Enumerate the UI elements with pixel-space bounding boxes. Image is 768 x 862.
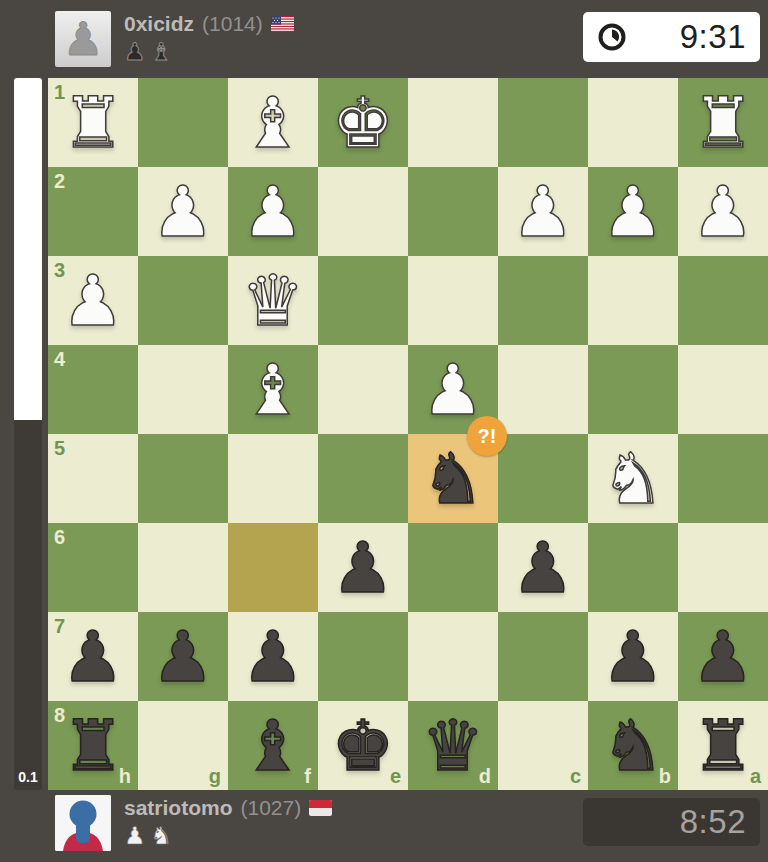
square-g4[interactable] bbox=[138, 345, 228, 434]
square-b2[interactable]: ♟ bbox=[588, 167, 678, 256]
rank-label-6: 6 bbox=[54, 526, 65, 549]
square-a4[interactable] bbox=[678, 345, 768, 434]
black-rook-a8: ♜ bbox=[692, 711, 755, 781]
square-e5[interactable] bbox=[318, 434, 408, 523]
square-g8[interactable]: g bbox=[138, 701, 228, 790]
square-h5[interactable]: 5 bbox=[48, 434, 138, 523]
black-king-e8: ♚ bbox=[332, 711, 395, 781]
square-a6[interactable] bbox=[678, 523, 768, 612]
black-knight-b8: ♞ bbox=[602, 711, 665, 781]
square-c3[interactable] bbox=[498, 256, 588, 345]
chess-board: ?! 1♜♝♚♜2♟♟♟♟♟3♟♛4♝♟5♞♞6♟♟7♟♟♟♟♟8h♜gf♝e♚… bbox=[48, 78, 768, 790]
square-f1[interactable]: ♝ bbox=[228, 78, 318, 167]
square-h8[interactable]: 8h♜ bbox=[48, 701, 138, 790]
captured-white-pawn-icon: ♟ bbox=[124, 824, 146, 848]
square-d2[interactable] bbox=[408, 167, 498, 256]
black-pawn-a7: ♟ bbox=[692, 622, 755, 692]
square-f7[interactable]: ♟ bbox=[228, 612, 318, 701]
square-c8[interactable]: c bbox=[498, 701, 588, 790]
bottom-clock-time: 8:52 bbox=[583, 803, 760, 841]
square-e7[interactable] bbox=[318, 612, 408, 701]
white-pawn-a2: ♟ bbox=[692, 177, 755, 247]
inaccuracy-badge: ?! bbox=[467, 416, 507, 456]
top-captured-pieces: ♟♝ bbox=[124, 38, 294, 64]
captured-black-pawn-icon: ♟ bbox=[124, 40, 146, 64]
white-pawn-d4: ♟ bbox=[422, 355, 485, 425]
square-d7[interactable] bbox=[408, 612, 498, 701]
square-h3[interactable]: 3♟ bbox=[48, 256, 138, 345]
square-d6[interactable] bbox=[408, 523, 498, 612]
captured-black-bishop-icon: ♝ bbox=[151, 40, 173, 64]
square-e6[interactable]: ♟ bbox=[318, 523, 408, 612]
square-b4[interactable] bbox=[588, 345, 678, 434]
square-a7[interactable]: ♟ bbox=[678, 612, 768, 701]
top-clock-time: 9:31 bbox=[627, 18, 760, 56]
square-c7[interactable] bbox=[498, 612, 588, 701]
square-g6[interactable] bbox=[138, 523, 228, 612]
square-h2[interactable]: 2 bbox=[48, 167, 138, 256]
square-b3[interactable] bbox=[588, 256, 678, 345]
file-label-f: f bbox=[304, 765, 311, 788]
bottom-player-clock: 8:52 bbox=[583, 798, 760, 846]
white-bishop-f1: ♝ bbox=[242, 88, 305, 158]
square-f6[interactable] bbox=[228, 523, 318, 612]
square-e1[interactable]: ♚ bbox=[318, 78, 408, 167]
white-pawn-f2: ♟ bbox=[242, 177, 305, 247]
white-rook-h1: ♜ bbox=[62, 88, 125, 158]
white-queen-f3: ♛ bbox=[242, 266, 305, 336]
black-rook-h8: ♜ bbox=[62, 711, 125, 781]
top-player-rating: (1014) bbox=[202, 12, 263, 36]
eval-white-portion bbox=[14, 78, 42, 420]
square-e4[interactable] bbox=[318, 345, 408, 434]
indonesia-flag-icon bbox=[309, 800, 332, 816]
us-flag-icon bbox=[271, 16, 294, 32]
square-e3[interactable] bbox=[318, 256, 408, 345]
square-b1[interactable] bbox=[588, 78, 678, 167]
square-b7[interactable]: ♟ bbox=[588, 612, 678, 701]
square-e2[interactable] bbox=[318, 167, 408, 256]
white-pawn-g2: ♟ bbox=[152, 177, 215, 247]
square-h6[interactable]: 6 bbox=[48, 523, 138, 612]
square-f2[interactable]: ♟ bbox=[228, 167, 318, 256]
square-g1[interactable] bbox=[138, 78, 228, 167]
square-c4[interactable] bbox=[498, 345, 588, 434]
top-player-clock: 9:31 bbox=[583, 12, 760, 62]
black-pawn-g7: ♟ bbox=[152, 622, 215, 692]
square-f4[interactable]: ♝ bbox=[228, 345, 318, 434]
rank-label-5: 5 bbox=[54, 437, 65, 460]
white-knight-b5: ♞ bbox=[602, 444, 665, 514]
top-player-bar: ♟ 0xicidz (1014) bbox=[0, 0, 768, 78]
rank-label-2: 2 bbox=[54, 170, 65, 193]
bottom-captured-pieces: ♟♞ bbox=[124, 822, 332, 848]
bottom-player-bar: satriotomo (1027) ♟♞ 8:52 bbox=[0, 790, 768, 862]
black-bishop-f8: ♝ bbox=[242, 711, 305, 781]
captured-white-knight-icon: ♞ bbox=[151, 824, 173, 848]
square-a1[interactable]: ♜ bbox=[678, 78, 768, 167]
black-pawn-h7: ♟ bbox=[62, 622, 125, 692]
black-knight-d5: ♞ bbox=[422, 444, 485, 514]
rank-label-4: 4 bbox=[54, 348, 65, 371]
square-b8[interactable]: b♞ bbox=[588, 701, 678, 790]
bottom-player-name: satriotomo bbox=[124, 796, 233, 820]
square-b6[interactable] bbox=[588, 523, 678, 612]
bottom-player-rating: (1027) bbox=[241, 796, 302, 820]
top-player-name: 0xicidz bbox=[124, 12, 194, 36]
square-g3[interactable] bbox=[138, 256, 228, 345]
white-pawn-b2: ♟ bbox=[602, 177, 665, 247]
file-label-c: c bbox=[570, 765, 581, 788]
bottom-player-info[interactable]: satriotomo (1027) ♟♞ bbox=[124, 796, 332, 848]
evaluation-bar: 0.1 bbox=[14, 78, 42, 790]
square-b5[interactable]: ♞ bbox=[588, 434, 678, 523]
square-a5[interactable] bbox=[678, 434, 768, 523]
square-f8[interactable]: f♝ bbox=[228, 701, 318, 790]
square-e8[interactable]: e♚ bbox=[318, 701, 408, 790]
square-c5[interactable] bbox=[498, 434, 588, 523]
square-a3[interactable] bbox=[678, 256, 768, 345]
black-pawn-b7: ♟ bbox=[602, 622, 665, 692]
square-c6[interactable]: ♟ bbox=[498, 523, 588, 612]
white-king-e1: ♚ bbox=[332, 88, 395, 158]
square-g5[interactable] bbox=[138, 434, 228, 523]
square-a8[interactable]: a♜ bbox=[678, 701, 768, 790]
square-h4[interactable]: 4 bbox=[48, 345, 138, 434]
top-player-avatar[interactable]: ♟ bbox=[55, 11, 111, 67]
top-player-info[interactable]: 0xicidz (1014) ♟♝ bbox=[124, 12, 294, 64]
square-d3[interactable] bbox=[408, 256, 498, 345]
square-d1[interactable] bbox=[408, 78, 498, 167]
black-pawn-f7: ♟ bbox=[242, 622, 305, 692]
square-f5[interactable] bbox=[228, 434, 318, 523]
square-d8[interactable]: d♛ bbox=[408, 701, 498, 790]
black-pawn-c6: ♟ bbox=[512, 533, 575, 603]
pawn-avatar-icon: ♟ bbox=[62, 16, 103, 62]
white-bishop-f4: ♝ bbox=[242, 355, 305, 425]
square-h7[interactable]: 7♟ bbox=[48, 612, 138, 701]
bottom-player-avatar[interactable] bbox=[55, 795, 111, 851]
eval-score-label: 0.1 bbox=[14, 769, 42, 785]
square-c1[interactable] bbox=[498, 78, 588, 167]
square-f3[interactable]: ♛ bbox=[228, 256, 318, 345]
black-pawn-e6: ♟ bbox=[332, 533, 395, 603]
square-h1[interactable]: 1♜ bbox=[48, 78, 138, 167]
square-g7[interactable]: ♟ bbox=[138, 612, 228, 701]
file-label-g: g bbox=[209, 765, 221, 788]
white-pawn-c2: ♟ bbox=[512, 177, 575, 247]
square-a2[interactable]: ♟ bbox=[678, 167, 768, 256]
white-rook-a1: ♜ bbox=[692, 88, 755, 158]
white-pawn-h3: ♟ bbox=[62, 266, 125, 336]
square-g2[interactable]: ♟ bbox=[138, 167, 228, 256]
square-c2[interactable]: ♟ bbox=[498, 167, 588, 256]
black-queen-d8: ♛ bbox=[422, 711, 485, 781]
clock-icon bbox=[597, 22, 627, 52]
person-avatar-icon bbox=[55, 795, 111, 851]
